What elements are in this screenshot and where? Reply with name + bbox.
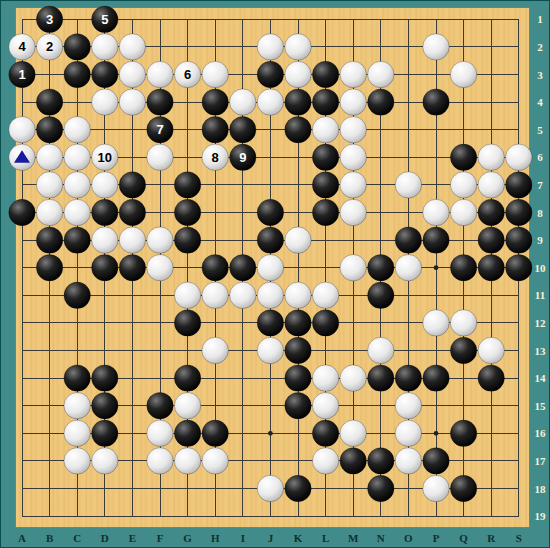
white-stone[interactable] xyxy=(257,34,283,60)
white-stone[interactable] xyxy=(395,172,421,198)
white-stone[interactable] xyxy=(92,172,118,198)
coordinate-label-right: 5 xyxy=(537,124,543,136)
white-stone[interactable] xyxy=(450,310,476,336)
black-stone[interactable] xyxy=(285,89,311,115)
coordinate-label-right: 1 xyxy=(537,13,543,25)
white-stone[interactable] xyxy=(64,172,90,198)
black-stone[interactable] xyxy=(506,255,532,281)
white-stone[interactable] xyxy=(340,199,366,225)
coordinate-label-right: 9 xyxy=(537,234,543,246)
coordinate-label-bottom: O xyxy=(404,532,413,544)
coordinate-label-right: 19 xyxy=(535,510,547,522)
black-stone[interactable] xyxy=(92,420,118,446)
black-stone[interactable] xyxy=(368,255,394,281)
move-number-label: 10 xyxy=(98,150,112,165)
coordinate-label-right: 3 xyxy=(537,69,543,81)
coordinate-label-right: 7 xyxy=(537,179,543,191)
coordinate-label-bottom: N xyxy=(377,532,385,544)
white-stone[interactable] xyxy=(257,337,283,363)
black-stone[interactable] xyxy=(202,89,228,115)
white-stone[interactable] xyxy=(202,448,228,474)
move-number-label: 5 xyxy=(101,12,108,27)
black-stone[interactable] xyxy=(423,448,449,474)
white-stone[interactable] xyxy=(340,255,366,281)
white-stone[interactable] xyxy=(92,227,118,253)
black-stone[interactable] xyxy=(368,475,394,501)
black-stone[interactable] xyxy=(257,227,283,253)
white-stone[interactable] xyxy=(478,172,504,198)
black-stone[interactable] xyxy=(450,144,476,170)
black-stone[interactable] xyxy=(147,393,173,419)
white-stone[interactable] xyxy=(202,61,228,87)
white-stone[interactable] xyxy=(340,365,366,391)
hoshi-point xyxy=(434,265,439,270)
white-stone[interactable] xyxy=(119,61,145,87)
black-stone[interactable] xyxy=(478,199,504,225)
black-stone[interactable] xyxy=(285,337,311,363)
black-stone[interactable] xyxy=(36,117,62,143)
white-stone[interactable] xyxy=(9,117,35,143)
white-stone[interactable] xyxy=(64,117,90,143)
black-stone[interactable] xyxy=(478,227,504,253)
black-stone[interactable] xyxy=(285,310,311,336)
coordinate-label-bottom: L xyxy=(322,532,329,544)
coordinate-label-right: 4 xyxy=(537,96,543,108)
white-stone[interactable] xyxy=(36,144,62,170)
black-stone[interactable] xyxy=(506,172,532,198)
black-stone[interactable] xyxy=(92,61,118,87)
black-stone[interactable] xyxy=(312,199,338,225)
black-stone[interactable] xyxy=(174,310,200,336)
white-stone[interactable] xyxy=(506,144,532,170)
coordinate-label-right: 14 xyxy=(535,372,547,384)
white-stone[interactable] xyxy=(64,420,90,446)
coordinate-label-right: 10 xyxy=(535,262,547,274)
black-stone[interactable] xyxy=(64,282,90,308)
white-stone[interactable] xyxy=(92,448,118,474)
black-stone[interactable] xyxy=(312,89,338,115)
black-stone[interactable] xyxy=(312,172,338,198)
coordinate-label-right: 17 xyxy=(535,455,547,467)
black-stone[interactable] xyxy=(368,365,394,391)
black-stone[interactable] xyxy=(36,89,62,115)
black-stone[interactable] xyxy=(92,199,118,225)
black-stone[interactable] xyxy=(368,89,394,115)
black-stone[interactable] xyxy=(285,475,311,501)
move-number-label: 7 xyxy=(156,122,163,137)
black-stone[interactable] xyxy=(92,255,118,281)
white-stone[interactable] xyxy=(423,475,449,501)
move-number-label: 1 xyxy=(18,67,25,82)
black-stone[interactable] xyxy=(230,117,256,143)
white-stone[interactable] xyxy=(478,144,504,170)
white-stone[interactable] xyxy=(174,448,200,474)
white-stone[interactable] xyxy=(312,393,338,419)
go-board-window: ABCDEFGHIJKLMNOPQRS123456789101112131415… xyxy=(0,0,550,548)
white-stone[interactable] xyxy=(147,227,173,253)
black-stone[interactable] xyxy=(64,61,90,87)
coordinate-label-bottom: R xyxy=(487,532,496,544)
white-stone[interactable] xyxy=(257,255,283,281)
white-stone[interactable] xyxy=(395,255,421,281)
white-stone[interactable] xyxy=(64,199,90,225)
white-stone[interactable] xyxy=(340,420,366,446)
black-stone[interactable] xyxy=(506,199,532,225)
black-stone[interactable] xyxy=(119,199,145,225)
coordinate-label-bottom: G xyxy=(183,532,192,544)
black-stone[interactable] xyxy=(312,61,338,87)
black-stone[interactable] xyxy=(174,420,200,446)
white-stone[interactable] xyxy=(202,337,228,363)
black-stone[interactable] xyxy=(312,144,338,170)
black-stone[interactable] xyxy=(64,227,90,253)
white-stone[interactable] xyxy=(119,227,145,253)
white-stone[interactable] xyxy=(92,89,118,115)
white-stone[interactable] xyxy=(230,282,256,308)
move-number-label: 8 xyxy=(212,150,219,165)
white-stone[interactable] xyxy=(450,199,476,225)
white-stone[interactable] xyxy=(395,448,421,474)
black-stone[interactable] xyxy=(395,365,421,391)
white-stone[interactable] xyxy=(340,89,366,115)
black-stone[interactable] xyxy=(312,310,338,336)
black-stone[interactable] xyxy=(92,393,118,419)
white-stone[interactable] xyxy=(147,144,173,170)
black-stone[interactable] xyxy=(36,227,62,253)
white-stone[interactable] xyxy=(147,255,173,281)
white-stone[interactable] xyxy=(312,448,338,474)
white-stone[interactable] xyxy=(64,144,90,170)
white-stone[interactable] xyxy=(147,448,173,474)
coordinate-label-right: 11 xyxy=(535,289,545,301)
white-stone[interactable] xyxy=(147,420,173,446)
coordinate-label-right: 12 xyxy=(535,317,547,329)
white-stone[interactable] xyxy=(478,337,504,363)
coordinate-label-bottom: F xyxy=(157,532,164,544)
move-number-label: 2 xyxy=(46,39,53,54)
white-stone[interactable] xyxy=(395,393,421,419)
go-board[interactable]: ABCDEFGHIJKLMNOPQRS123456789101112131415… xyxy=(1,1,550,548)
black-stone[interactable] xyxy=(450,255,476,281)
coordinate-label-right: 8 xyxy=(537,207,543,219)
black-stone[interactable] xyxy=(92,365,118,391)
coordinate-label-right: 13 xyxy=(535,345,547,357)
white-stone[interactable] xyxy=(450,172,476,198)
white-stone[interactable] xyxy=(285,34,311,60)
white-stone[interactable] xyxy=(285,282,311,308)
coordinate-label-bottom: D xyxy=(101,532,109,544)
black-stone[interactable] xyxy=(257,199,283,225)
move-number-label: 4 xyxy=(18,39,26,54)
white-stone[interactable] xyxy=(119,89,145,115)
white-stone[interactable] xyxy=(312,282,338,308)
white-stone[interactable] xyxy=(64,393,90,419)
white-stone[interactable] xyxy=(285,227,311,253)
white-stone[interactable] xyxy=(340,144,366,170)
coordinate-label-right: 2 xyxy=(537,41,543,53)
white-stone[interactable] xyxy=(450,61,476,87)
hoshi-point xyxy=(268,431,273,436)
black-stone[interactable] xyxy=(423,227,449,253)
black-stone[interactable] xyxy=(312,420,338,446)
black-stone[interactable] xyxy=(423,365,449,391)
black-stone[interactable] xyxy=(202,255,228,281)
black-stone[interactable] xyxy=(36,255,62,281)
white-stone[interactable] xyxy=(257,89,283,115)
black-stone[interactable] xyxy=(285,365,311,391)
coordinate-label-bottom: I xyxy=(241,532,245,544)
white-stone[interactable] xyxy=(147,61,173,87)
black-stone[interactable] xyxy=(368,282,394,308)
black-stone[interactable] xyxy=(174,227,200,253)
coordinate-label-bottom: P xyxy=(433,532,440,544)
move-number-label: 3 xyxy=(46,12,53,27)
move-number-label: 9 xyxy=(239,150,246,165)
white-stone[interactable] xyxy=(340,172,366,198)
white-stone[interactable] xyxy=(340,117,366,143)
move-number-label: 6 xyxy=(184,67,191,82)
black-stone[interactable] xyxy=(174,365,200,391)
coordinate-label-bottom: C xyxy=(73,532,81,544)
black-stone[interactable] xyxy=(285,393,311,419)
white-stone[interactable] xyxy=(423,310,449,336)
black-stone[interactable] xyxy=(368,448,394,474)
black-stone[interactable] xyxy=(478,255,504,281)
white-stone[interactable] xyxy=(92,34,118,60)
black-stone[interactable] xyxy=(202,117,228,143)
black-stone[interactable] xyxy=(147,89,173,115)
coordinate-label-right: 15 xyxy=(535,400,547,412)
coordinate-label-right: 16 xyxy=(535,427,547,439)
black-stone[interactable] xyxy=(174,172,200,198)
white-stone[interactable] xyxy=(202,282,228,308)
black-stone[interactable] xyxy=(119,255,145,281)
white-stone[interactable] xyxy=(368,61,394,87)
black-stone[interactable] xyxy=(285,117,311,143)
black-stone[interactable] xyxy=(450,337,476,363)
coordinate-label-right: 6 xyxy=(537,151,543,163)
black-stone[interactable] xyxy=(450,420,476,446)
white-stone[interactable] xyxy=(368,337,394,363)
white-stone[interactable] xyxy=(423,199,449,225)
black-stone[interactable] xyxy=(257,61,283,87)
coordinate-label-bottom: J xyxy=(268,532,274,544)
black-stone[interactable] xyxy=(64,34,90,60)
white-stone[interactable] xyxy=(64,448,90,474)
coordinate-label-bottom: Q xyxy=(459,532,468,544)
black-stone[interactable] xyxy=(64,365,90,391)
black-stone[interactable] xyxy=(478,365,504,391)
black-stone[interactable] xyxy=(257,310,283,336)
white-stone[interactable] xyxy=(340,61,366,87)
coordinate-label-bottom: E xyxy=(129,532,136,544)
white-stone[interactable] xyxy=(395,420,421,446)
white-stone[interactable] xyxy=(174,282,200,308)
coordinate-label-bottom: M xyxy=(348,532,359,544)
white-stone[interactable] xyxy=(312,365,338,391)
black-stone[interactable] xyxy=(174,199,200,225)
black-stone[interactable] xyxy=(202,420,228,446)
black-stone[interactable] xyxy=(423,89,449,115)
coordinate-label-bottom: S xyxy=(516,532,522,544)
hoshi-point xyxy=(434,431,439,436)
black-stone[interactable] xyxy=(450,475,476,501)
white-stone[interactable] xyxy=(230,89,256,115)
black-stone[interactable] xyxy=(9,199,35,225)
white-stone[interactable] xyxy=(257,282,283,308)
black-stone[interactable] xyxy=(395,227,421,253)
coordinate-label-bottom: K xyxy=(294,532,303,544)
black-stone[interactable] xyxy=(506,227,532,253)
coordinate-label-bottom: A xyxy=(18,532,26,544)
white-stone[interactable] xyxy=(257,475,283,501)
black-stone[interactable] xyxy=(230,255,256,281)
coordinate-label-bottom: H xyxy=(211,532,220,544)
white-stone[interactable] xyxy=(36,172,62,198)
white-stone[interactable] xyxy=(36,199,62,225)
black-stone[interactable] xyxy=(119,172,145,198)
white-stone[interactable] xyxy=(119,34,145,60)
coordinate-label-bottom: B xyxy=(46,532,54,544)
coordinate-label-right: 18 xyxy=(535,483,547,495)
white-stone[interactable] xyxy=(174,393,200,419)
white-stone[interactable] xyxy=(423,34,449,60)
white-stone[interactable] xyxy=(312,117,338,143)
black-stone[interactable] xyxy=(340,448,366,474)
white-stone[interactable] xyxy=(285,61,311,87)
